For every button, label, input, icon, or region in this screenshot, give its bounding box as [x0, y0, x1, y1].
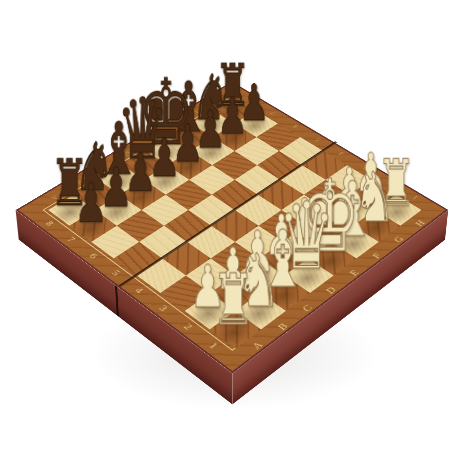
square-a6[interactable]: [91, 226, 139, 259]
square-a5[interactable]: [114, 242, 163, 276]
board-3d: ABCDEFGH ABCDEFGH 87654321 87654321 ♜♞♝♛…: [16, 81, 449, 373]
product-photo: ABCDEFGH ABCDEFGH 87654321 87654321 ♜♞♝♛…: [0, 0, 458, 458]
square-b6[interactable]: [117, 210, 164, 242]
square-b5[interactable]: [139, 226, 187, 259]
square-c5[interactable]: [164, 210, 211, 242]
square-a4[interactable]: [137, 258, 186, 293]
piece-glyph: ♜: [201, 265, 264, 335]
piece-glyph: ♟: [66, 175, 115, 230]
fold-seam-side: [115, 285, 119, 317]
